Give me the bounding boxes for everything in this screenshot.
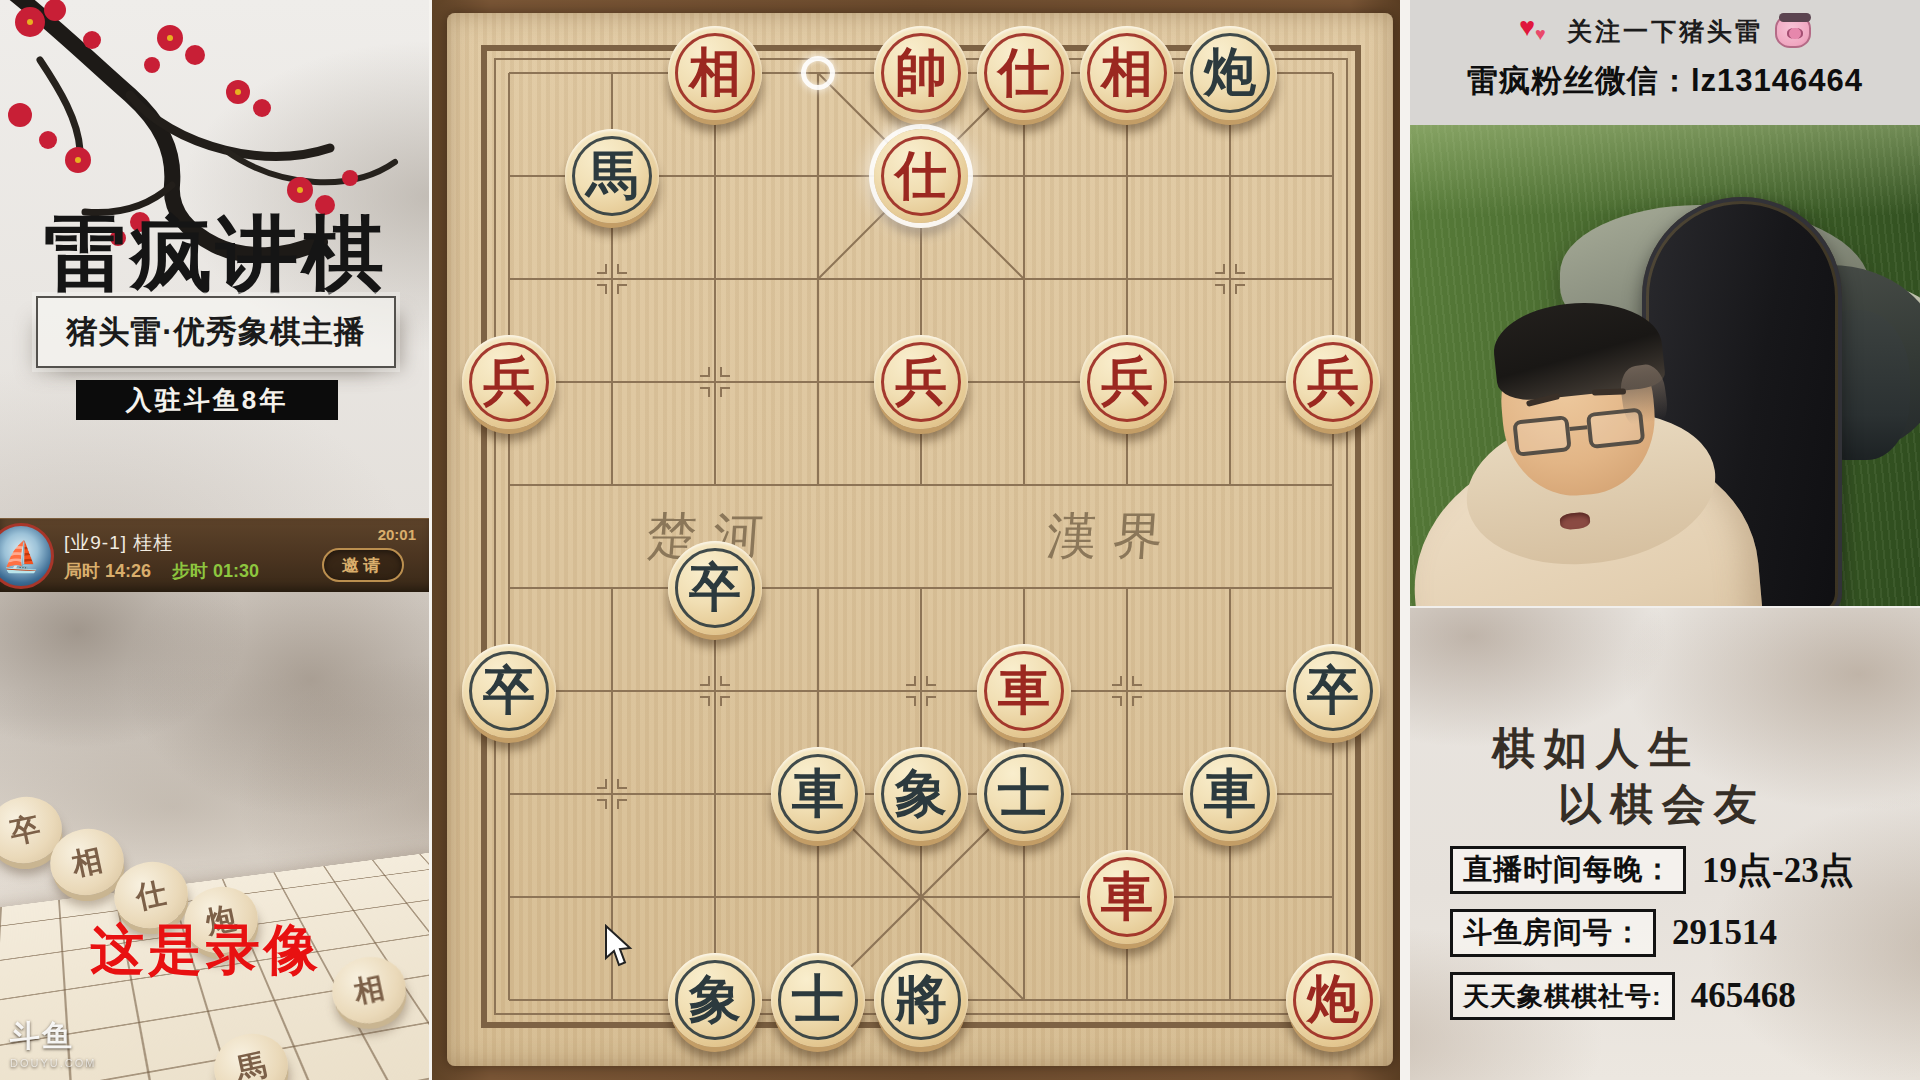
info-row-club: 天天象棋棋社号: 465468 xyxy=(1450,972,1854,1020)
move-time: 步时 01:30 xyxy=(172,561,259,581)
club-value: 465468 xyxy=(1691,976,1796,1016)
info-row-schedule: 直播时间每晚： 19点-23点 xyxy=(1450,846,1854,894)
invite-button-label: 邀请 xyxy=(342,554,384,577)
douyu-years-banner: 入驻斗鱼8年 xyxy=(76,380,338,420)
streamer-subtitle: 猪头雷·优秀象棋主播 xyxy=(66,311,365,353)
room-label: 斗鱼房间号： xyxy=(1450,909,1656,957)
player-name: [业9-1] 桂桂 xyxy=(64,530,173,556)
opponent-player-bar: ⛵ [业9-1] 桂桂 局时 14:26 步时 01:30 20:01 邀请 xyxy=(0,518,432,592)
stream-info-panel: 棋如人生 以棋会友 直播时间每晚： 19点-23点 斗鱼房间号： 291514 … xyxy=(1410,608,1920,1080)
webcam-foliage xyxy=(1410,125,1920,215)
xiangqi-piece-red-車[interactable]: 車 xyxy=(1080,850,1174,944)
player-avatar[interactable]: ⛵ xyxy=(0,523,54,589)
xiangqi-piece-black-馬[interactable]: 馬 xyxy=(565,129,659,223)
invite-button[interactable]: 邀请 xyxy=(322,548,404,582)
calligraphy-line-1: 棋如人生 xyxy=(1492,720,1700,778)
info-row-room: 斗鱼房间号： 291514 xyxy=(1450,909,1854,957)
last-move-origin-marker xyxy=(801,56,835,90)
douyu-years-text: 入驻斗鱼8年 xyxy=(126,383,288,418)
xiangqi-piece-black-炮[interactable]: 炮 xyxy=(1183,26,1277,120)
room-value: 291514 xyxy=(1672,913,1777,953)
streamer-eyebrow xyxy=(1592,388,1626,395)
xiangqi-piece-black-卒[interactable]: 卒 xyxy=(668,541,762,635)
stream-screen: 雷疯讲棋 猪头雷·优秀象棋主播 入驻斗鱼8年 ⛵ [业9-1] 桂桂 局时 14… xyxy=(0,0,1920,1080)
game-time: 局时 14:26 xyxy=(64,561,151,581)
right-info-panel: ♥♥ 关注一下猪头雷 雷疯粉丝微信：lz13146464 xyxy=(1410,0,1920,1080)
xiangqi-piece-red-兵[interactable]: 兵 xyxy=(462,335,556,429)
xiangqi-piece-black-士[interactable]: 士 xyxy=(771,953,865,1047)
streamer-subtitle-plaque: 猪头雷·优秀象棋主播 xyxy=(36,296,396,368)
xiangqi-piece-red-帥[interactable]: 帥 xyxy=(874,26,968,120)
wall-clock: 20:01 xyxy=(378,526,416,543)
xiangqi-piece-red-相[interactable]: 相 xyxy=(668,26,762,120)
ship-icon: ⛵ xyxy=(2,539,39,574)
left-poster-panel: 雷疯讲棋 猪头雷·优秀象棋主播 入驻斗鱼8年 ⛵ [业9-1] 桂桂 局时 14… xyxy=(0,0,432,1080)
xiangqi-piece-black-象[interactable]: 象 xyxy=(668,953,762,1047)
pig-face-icon xyxy=(1775,14,1811,48)
xiangqi-piece-black-車[interactable]: 車 xyxy=(1183,747,1277,841)
xiangqi-piece-red-相[interactable]: 相 xyxy=(1080,26,1174,120)
stream-info-rows: 直播时间每晚： 19点-23点 斗鱼房间号： 291514 天天象棋棋社号: 4… xyxy=(1450,846,1854,1035)
xiangqi-piece-red-兵[interactable]: 兵 xyxy=(1286,335,1380,429)
xiangqi-piece-black-象[interactable]: 象 xyxy=(874,747,968,841)
xiangqi-piece-black-卒[interactable]: 卒 xyxy=(1286,644,1380,738)
player-times: 局时 14:26 步时 01:30 xyxy=(64,559,259,583)
xiangqi-piece-red-兵[interactable]: 兵 xyxy=(874,335,968,429)
poster-bottom-art: 卒相仕炮相馬 这是录像 斗鱼 DOUYU.COM xyxy=(0,592,432,1080)
follow-banner: ♥♥ 关注一下猪头雷 雷疯粉丝微信：lz13146464 xyxy=(1410,0,1920,125)
two-hearts-icon: ♥♥ xyxy=(1519,14,1555,48)
xiangqi-piece-red-車[interactable]: 車 xyxy=(977,644,1071,738)
xiangqi-piece-black-士[interactable]: 士 xyxy=(977,747,1071,841)
panel-divider-right xyxy=(1400,0,1410,1080)
poster-art: 雷疯讲棋 猪头雷·优秀象棋主播 入驻斗鱼8年 xyxy=(0,0,432,518)
stream-title: 雷疯讲棋 xyxy=(0,200,432,310)
club-label: 天天象棋棋社号: xyxy=(1450,972,1675,1020)
douyu-watermark-text: 斗鱼 xyxy=(10,1016,96,1057)
river-label-han: 漢界 xyxy=(1045,503,1182,570)
schedule-label: 直播时间每晚： xyxy=(1450,846,1686,894)
douyu-watermark-sub: DOUYU.COM xyxy=(10,1057,96,1069)
douyu-watermark: 斗鱼 DOUYU.COM xyxy=(10,1016,96,1069)
xiangqi-piece-red-仕[interactable]: 仕 xyxy=(874,129,968,223)
recording-notice-text: 这是录像 xyxy=(90,914,322,987)
xiangqi-piece-black-車[interactable]: 車 xyxy=(771,747,865,841)
follow-text: 关注一下猪头雷 xyxy=(1567,15,1763,48)
wechat-text: 雷疯粉丝微信：lz13146464 xyxy=(1410,60,1920,102)
xiangqi-piece-red-兵[interactable]: 兵 xyxy=(1080,335,1174,429)
xiangqi-piece-black-卒[interactable]: 卒 xyxy=(462,644,556,738)
xiangqi-piece-red-炮[interactable]: 炮 xyxy=(1286,953,1380,1047)
schedule-value: 19点-23点 xyxy=(1702,847,1854,894)
calligraphy-line-2: 以棋会友 xyxy=(1558,776,1766,834)
streamer-webcam xyxy=(1410,125,1920,608)
xiangqi-piece-black-將[interactable]: 將 xyxy=(874,953,968,1047)
xiangqi-board-panel: 楚河 漢界 相帥仕相炮馬仕兵兵兵兵卒卒車卒車象士車車象士將炮 xyxy=(432,0,1408,1080)
xiangqi-piece-red-仕[interactable]: 仕 xyxy=(977,26,1071,120)
